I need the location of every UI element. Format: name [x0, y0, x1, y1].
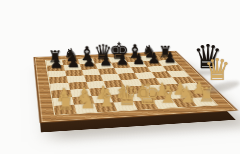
- square-b1: ♞: [74, 104, 97, 114]
- piece-black-pawn: ♟: [115, 52, 128, 67]
- piece-black-pawn: ♟: [148, 51, 161, 66]
- piece-white-bishop: ♝: [96, 86, 118, 111]
- square-c7: ♟: [79, 63, 98, 69]
- piece-black-pawn: ♟: [163, 50, 176, 65]
- piece-black-pawn: ♟: [99, 53, 112, 68]
- square-c5: [83, 75, 103, 82]
- piece-white-queen: ♛: [116, 83, 140, 110]
- piece-black-pawn: ♟: [83, 54, 96, 69]
- square-a7: ♟: [47, 65, 65, 71]
- piece-white-knight: ♞: [177, 84, 197, 106]
- photo-background: ♜♞♝♛♚♝♞♜♟♟♟♟♟♟♟♟♟♟♟♟♟♟♟♟♜♞♝♛♚♝♞♜ ♛ ♛: [0, 0, 240, 154]
- board-grid: ♜♞♝♛♚♝♞♜♟♟♟♟♟♟♟♟♟♟♟♟♟♟♟♟♜♞♝♛♚♝♞♜: [46, 55, 217, 115]
- piece-black-pawn: ♟: [49, 55, 63, 70]
- square-b5: [66, 76, 86, 83]
- square-c1: ♝: [94, 103, 118, 113]
- piece-white-rook: ♜: [56, 92, 75, 113]
- square-b7: ♟: [63, 64, 81, 70]
- square-a1: ♜: [54, 105, 77, 115]
- piece-white-knight: ♞: [76, 89, 97, 112]
- piece-black-pawn: ♟: [132, 52, 145, 67]
- piece-black-pawn: ♟: [66, 55, 80, 70]
- offboard-white-queen: ♛: [204, 55, 231, 85]
